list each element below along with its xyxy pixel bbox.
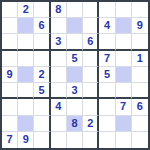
cell-r5c2[interactable]: [18, 67, 34, 83]
cell-r1c2-given-2[interactable]: 2: [18, 2, 34, 18]
cell-r5c9[interactable]: [132, 67, 148, 83]
cell-r1c8[interactable]: [116, 2, 132, 18]
cell-r3c5[interactable]: [67, 34, 83, 50]
cell-r8c5-given-8[interactable]: 8: [67, 116, 83, 132]
cell-r3c4-given-3[interactable]: 3: [51, 34, 67, 50]
cell-r2c5[interactable]: [67, 18, 83, 34]
cell-r6c8[interactable]: [116, 83, 132, 99]
cell-r6c5-given-3[interactable]: 3: [67, 83, 83, 99]
cell-r3c9[interactable]: [132, 34, 148, 50]
cell-r7c8-given-7[interactable]: 7: [116, 99, 132, 115]
cell-r1c3[interactable]: [34, 2, 50, 18]
cell-r9c3[interactable]: [34, 132, 50, 148]
cell-r3c7[interactable]: [99, 34, 115, 50]
cell-r7c4-given-4[interactable]: 4: [51, 99, 67, 115]
cell-r4c8[interactable]: [116, 51, 132, 67]
cell-r4c4[interactable]: [51, 51, 67, 67]
cell-r5c7-given-5[interactable]: 5: [99, 67, 115, 83]
cell-r5c4[interactable]: [51, 67, 67, 83]
sudoku-board: 2864936571925534768279: [0, 0, 150, 150]
cell-r9c9[interactable]: [132, 132, 148, 148]
cell-r1c5[interactable]: [67, 2, 83, 18]
cell-r9c6[interactable]: [83, 132, 99, 148]
cell-r6c1[interactable]: [2, 83, 18, 99]
cell-r1c1[interactable]: [2, 2, 18, 18]
cell-r7c5[interactable]: [67, 99, 83, 115]
cell-r2c2[interactable]: [18, 18, 34, 34]
cell-r7c7[interactable]: [99, 99, 115, 115]
cell-r8c4[interactable]: [51, 116, 67, 132]
cell-r7c2[interactable]: [18, 99, 34, 115]
cell-r8c1[interactable]: [2, 116, 18, 132]
cell-r5c6[interactable]: [83, 67, 99, 83]
cell-r2c7-given-4[interactable]: 4: [99, 18, 115, 34]
cell-r8c3[interactable]: [34, 116, 50, 132]
cell-r4c7-given-7[interactable]: 7: [99, 51, 115, 67]
cell-r9c7[interactable]: [99, 132, 115, 148]
cell-r3c6-given-6[interactable]: 6: [83, 34, 99, 50]
cell-r9c2-given-9[interactable]: 9: [18, 132, 34, 148]
cell-r1c4-given-8[interactable]: 8: [51, 2, 67, 18]
cell-r9c1-given-7[interactable]: 7: [2, 132, 18, 148]
cell-r4c3[interactable]: [34, 51, 50, 67]
cell-r2c4[interactable]: [51, 18, 67, 34]
cell-r7c1[interactable]: [2, 99, 18, 115]
cell-r6c2[interactable]: [18, 83, 34, 99]
cell-r5c8[interactable]: [116, 67, 132, 83]
cell-r1c6[interactable]: [83, 2, 99, 18]
cell-r4c1[interactable]: [2, 51, 18, 67]
cell-r3c1[interactable]: [2, 34, 18, 50]
cell-r5c5[interactable]: [67, 67, 83, 83]
cell-r4c5-given-5[interactable]: 5: [67, 51, 83, 67]
cell-r9c4[interactable]: [51, 132, 67, 148]
cell-r4c6[interactable]: [83, 51, 99, 67]
cell-r6c7[interactable]: [99, 83, 115, 99]
cell-r9c5[interactable]: [67, 132, 83, 148]
cell-r8c2[interactable]: [18, 116, 34, 132]
cell-r8c8[interactable]: [116, 116, 132, 132]
cell-r6c4[interactable]: [51, 83, 67, 99]
cell-r1c9[interactable]: [132, 2, 148, 18]
cell-r6c3-given-5[interactable]: 5: [34, 83, 50, 99]
cell-r8c7[interactable]: [99, 116, 115, 132]
cell-r7c3[interactable]: [34, 99, 50, 115]
cell-r4c2[interactable]: [18, 51, 34, 67]
cell-r3c3[interactable]: [34, 34, 50, 50]
cell-r8c9[interactable]: [132, 116, 148, 132]
cell-r7c6[interactable]: [83, 99, 99, 115]
cell-r5c1-given-9[interactable]: 9: [2, 67, 18, 83]
cell-r6c9[interactable]: [132, 83, 148, 99]
cell-r3c8[interactable]: [116, 34, 132, 50]
cell-r2c3-given-6[interactable]: 6: [34, 18, 50, 34]
cell-r2c9-given-9[interactable]: 9: [132, 18, 148, 34]
cell-r2c8[interactable]: [116, 18, 132, 34]
cell-r1c7[interactable]: [99, 2, 115, 18]
cell-r7c9-given-6[interactable]: 6: [132, 99, 148, 115]
cell-r2c1[interactable]: [2, 18, 18, 34]
cell-r3c2[interactable]: [18, 34, 34, 50]
cell-r5c3-given-2[interactable]: 2: [34, 67, 50, 83]
cell-r2c6[interactable]: [83, 18, 99, 34]
cell-r4c9-given-1[interactable]: 1: [132, 51, 148, 67]
cell-r9c8[interactable]: [116, 132, 132, 148]
cell-r6c6[interactable]: [83, 83, 99, 99]
cell-r8c6-given-2[interactable]: 2: [83, 116, 99, 132]
